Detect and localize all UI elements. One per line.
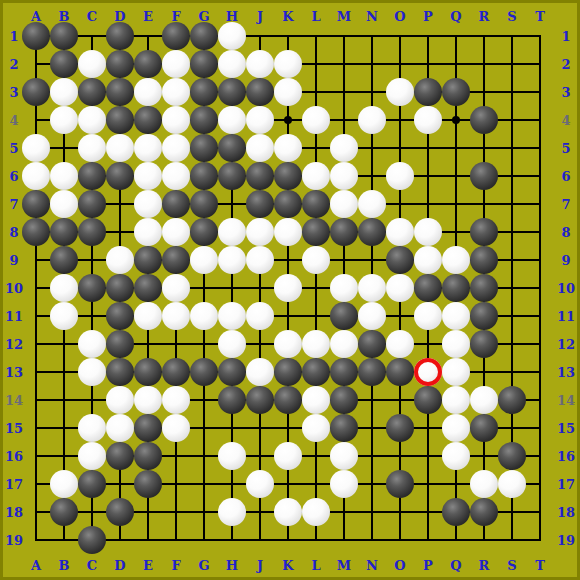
white-stone-L6[interactable] <box>302 162 330 190</box>
black-stone-D11[interactable] <box>106 302 134 330</box>
black-stone-E4[interactable] <box>134 106 162 134</box>
last-move-marker <box>414 358 442 386</box>
row-label-right-14: 14 <box>557 394 575 407</box>
black-stone-A3[interactable] <box>22 78 50 106</box>
white-stone-L4[interactable] <box>302 106 330 134</box>
column-label-bottom-O: O <box>394 559 405 572</box>
white-stone-Q13[interactable] <box>442 358 470 386</box>
row-label-left-4: 4 <box>9 114 18 127</box>
white-stone-P4[interactable] <box>414 106 442 134</box>
black-stone-G8[interactable] <box>190 218 218 246</box>
black-stone-G3[interactable] <box>190 78 218 106</box>
white-stone-F4[interactable] <box>162 106 190 134</box>
black-stone-M11[interactable] <box>330 302 358 330</box>
row-label-left-17: 17 <box>5 478 23 491</box>
black-stone-L13[interactable] <box>302 358 330 386</box>
black-stone-R10[interactable] <box>470 274 498 302</box>
row-label-right-12: 12 <box>557 338 575 351</box>
row-label-right-7: 7 <box>561 198 570 211</box>
white-stone-C4[interactable] <box>78 106 106 134</box>
black-stone-O15[interactable] <box>386 414 414 442</box>
white-stone-K8[interactable] <box>274 218 302 246</box>
black-stone-F7[interactable] <box>162 190 190 218</box>
white-stone-K12[interactable] <box>274 330 302 358</box>
black-stone-K14[interactable] <box>274 386 302 414</box>
white-stone-F6[interactable] <box>162 162 190 190</box>
white-stone-H8[interactable] <box>218 218 246 246</box>
column-label-top-O: O <box>394 10 405 23</box>
row-label-left-3: 3 <box>9 86 18 99</box>
black-stone-L7[interactable] <box>302 190 330 218</box>
white-stone-F3[interactable] <box>162 78 190 106</box>
black-stone-L8[interactable] <box>302 218 330 246</box>
white-stone-K16[interactable] <box>274 442 302 470</box>
black-stone-A7[interactable] <box>22 190 50 218</box>
black-stone-B8[interactable] <box>50 218 78 246</box>
white-stone-J2[interactable] <box>246 50 274 78</box>
row-label-left-18: 18 <box>5 506 23 519</box>
black-stone-R18[interactable] <box>470 498 498 526</box>
row-label-right-2: 2 <box>561 58 570 71</box>
row-label-right-16: 16 <box>557 450 575 463</box>
black-stone-F13[interactable] <box>162 358 190 386</box>
white-stone-C2[interactable] <box>78 50 106 78</box>
column-label-top-K: K <box>282 10 293 23</box>
column-label-top-P: P <box>423 10 433 23</box>
white-stone-H9[interactable] <box>218 246 246 274</box>
row-label-left-6: 6 <box>9 170 18 183</box>
white-stone-H18[interactable] <box>218 498 246 526</box>
white-stone-E6[interactable] <box>134 162 162 190</box>
row-label-left-16: 16 <box>5 450 23 463</box>
white-stone-S17[interactable] <box>498 470 526 498</box>
white-stone-H4[interactable] <box>218 106 246 134</box>
white-stone-M6[interactable] <box>330 162 358 190</box>
white-stone-E3[interactable] <box>134 78 162 106</box>
black-stone-K13[interactable] <box>274 358 302 386</box>
column-label-bottom-T: T <box>535 559 545 572</box>
white-stone-D9[interactable] <box>106 246 134 274</box>
black-stone-E13[interactable] <box>134 358 162 386</box>
white-stone-E8[interactable] <box>134 218 162 246</box>
white-stone-A5[interactable] <box>22 134 50 162</box>
black-stone-G5[interactable] <box>190 134 218 162</box>
black-stone-O17[interactable] <box>386 470 414 498</box>
column-label-bottom-R: R <box>479 559 490 572</box>
black-stone-C19[interactable] <box>78 526 106 554</box>
white-stone-C13[interactable] <box>78 358 106 386</box>
black-stone-D12[interactable] <box>106 330 134 358</box>
white-stone-O10[interactable] <box>386 274 414 302</box>
black-stone-G1[interactable] <box>190 22 218 50</box>
white-stone-F10[interactable] <box>162 274 190 302</box>
white-stone-E5[interactable] <box>134 134 162 162</box>
row-label-left-10: 10 <box>5 282 23 295</box>
white-stone-P9[interactable] <box>414 246 442 274</box>
black-stone-G2[interactable] <box>190 50 218 78</box>
column-label-top-R: R <box>479 10 490 23</box>
white-stone-O6[interactable] <box>386 162 414 190</box>
black-stone-E9[interactable] <box>134 246 162 274</box>
white-stone-B4[interactable] <box>50 106 78 134</box>
white-stone-L18[interactable] <box>302 498 330 526</box>
row-label-left-1: 1 <box>9 30 18 43</box>
black-stone-D18[interactable] <box>106 498 134 526</box>
white-stone-C16[interactable] <box>78 442 106 470</box>
white-stone-Q15[interactable] <box>442 414 470 442</box>
white-stone-K18[interactable] <box>274 498 302 526</box>
black-stone-H14[interactable] <box>218 386 246 414</box>
black-stone-E2[interactable] <box>134 50 162 78</box>
row-label-right-1: 1 <box>561 30 570 43</box>
column-label-bottom-F: F <box>171 559 180 572</box>
column-label-top-L: L <box>311 10 320 23</box>
white-stone-F2[interactable] <box>162 50 190 78</box>
white-stone-K5[interactable] <box>274 134 302 162</box>
white-stone-J4[interactable] <box>246 106 274 134</box>
column-label-top-E: E <box>143 10 153 23</box>
white-stone-J17[interactable] <box>246 470 274 498</box>
white-stone-N7[interactable] <box>358 190 386 218</box>
white-stone-M16[interactable] <box>330 442 358 470</box>
star-point <box>284 116 292 124</box>
column-label-top-C: C <box>87 10 97 23</box>
white-stone-M7[interactable] <box>330 190 358 218</box>
go-board[interactable]: AABBCCDDEEFFGGHHJJKKLLMMNNOOPPQQRRSSTT11… <box>0 0 580 580</box>
white-stone-B10[interactable] <box>50 274 78 302</box>
white-stone-H16[interactable] <box>218 442 246 470</box>
white-stone-B6[interactable] <box>50 162 78 190</box>
white-stone-H12[interactable] <box>218 330 246 358</box>
black-stone-N8[interactable] <box>358 218 386 246</box>
black-stone-A1[interactable] <box>22 22 50 50</box>
black-stone-O13[interactable] <box>386 358 414 386</box>
white-stone-B17[interactable] <box>50 470 78 498</box>
column-label-bottom-G: G <box>198 559 209 572</box>
white-stone-L9[interactable] <box>302 246 330 274</box>
black-stone-C17[interactable] <box>78 470 106 498</box>
white-stone-L14[interactable] <box>302 386 330 414</box>
column-label-bottom-L: L <box>311 559 320 572</box>
white-stone-K2[interactable] <box>274 50 302 78</box>
black-stone-G7[interactable] <box>190 190 218 218</box>
row-label-right-18: 18 <box>557 506 575 519</box>
black-stone-G4[interactable] <box>190 106 218 134</box>
white-stone-R17[interactable] <box>470 470 498 498</box>
row-label-left-7: 7 <box>9 198 18 211</box>
black-stone-C7[interactable] <box>78 190 106 218</box>
black-stone-C3[interactable] <box>78 78 106 106</box>
white-stone-F5[interactable] <box>162 134 190 162</box>
white-stone-K10[interactable] <box>274 274 302 302</box>
black-stone-Q18[interactable] <box>442 498 470 526</box>
row-label-right-4: 4 <box>561 114 570 127</box>
column-label-top-B: B <box>59 10 70 23</box>
white-stone-O3[interactable] <box>386 78 414 106</box>
column-label-bottom-B: B <box>59 559 70 572</box>
white-stone-P8[interactable] <box>414 218 442 246</box>
column-label-top-Q: Q <box>450 10 461 23</box>
column-label-top-G: G <box>198 10 209 23</box>
white-stone-R14[interactable] <box>470 386 498 414</box>
black-stone-H3[interactable] <box>218 78 246 106</box>
black-stone-R6[interactable] <box>470 162 498 190</box>
white-stone-E14[interactable] <box>134 386 162 414</box>
white-stone-J8[interactable] <box>246 218 274 246</box>
white-stone-L12[interactable] <box>302 330 330 358</box>
row-label-right-5: 5 <box>561 142 570 155</box>
black-stone-D16[interactable] <box>106 442 134 470</box>
white-stone-H11[interactable] <box>218 302 246 330</box>
white-stone-C15[interactable] <box>78 414 106 442</box>
column-label-top-J: J <box>257 10 263 23</box>
white-stone-P11[interactable] <box>414 302 442 330</box>
white-stone-B7[interactable] <box>50 190 78 218</box>
white-stone-A6[interactable] <box>22 162 50 190</box>
white-stone-H1[interactable] <box>218 22 246 50</box>
black-stone-D1[interactable] <box>106 22 134 50</box>
white-stone-B3[interactable] <box>50 78 78 106</box>
row-label-right-6: 6 <box>561 170 570 183</box>
black-stone-B9[interactable] <box>50 246 78 274</box>
column-label-bottom-Q: Q <box>450 559 461 572</box>
black-stone-K6[interactable] <box>274 162 302 190</box>
white-stone-C5[interactable] <box>78 134 106 162</box>
white-stone-F11[interactable] <box>162 302 190 330</box>
go-game-screenshot: AABBCCDDEEFFGGHHJJKKLLMMNNOOPPQQRRSSTT11… <box>0 0 580 580</box>
black-stone-A8[interactable] <box>22 218 50 246</box>
black-stone-E16[interactable] <box>134 442 162 470</box>
grid-line-vertical <box>539 35 541 541</box>
column-label-bottom-P: P <box>423 559 433 572</box>
white-stone-L15[interactable] <box>302 414 330 442</box>
black-stone-F1[interactable] <box>162 22 190 50</box>
white-stone-Q14[interactable] <box>442 386 470 414</box>
black-stone-C10[interactable] <box>78 274 106 302</box>
white-stone-M10[interactable] <box>330 274 358 302</box>
black-stone-P14[interactable] <box>414 386 442 414</box>
black-stone-D3[interactable] <box>106 78 134 106</box>
white-stone-F15[interactable] <box>162 414 190 442</box>
black-stone-J6[interactable] <box>246 162 274 190</box>
black-stone-J14[interactable] <box>246 386 274 414</box>
white-stone-B11[interactable] <box>50 302 78 330</box>
white-stone-M17[interactable] <box>330 470 358 498</box>
white-stone-E7[interactable] <box>134 190 162 218</box>
black-stone-B2[interactable] <box>50 50 78 78</box>
black-stone-O9[interactable] <box>386 246 414 274</box>
black-stone-M13[interactable] <box>330 358 358 386</box>
white-stone-G9[interactable] <box>190 246 218 274</box>
white-stone-J9[interactable] <box>246 246 274 274</box>
black-stone-R9[interactable] <box>470 246 498 274</box>
white-stone-H2[interactable] <box>218 50 246 78</box>
black-stone-G6[interactable] <box>190 162 218 190</box>
white-stone-D15[interactable] <box>106 414 134 442</box>
white-stone-M12[interactable] <box>330 330 358 358</box>
black-stone-R11[interactable] <box>470 302 498 330</box>
black-stone-S14[interactable] <box>498 386 526 414</box>
row-label-right-3: 3 <box>561 86 570 99</box>
row-label-right-11: 11 <box>557 310 575 323</box>
white-stone-C12[interactable] <box>78 330 106 358</box>
column-label-top-T: T <box>535 10 545 23</box>
black-stone-R8[interactable] <box>470 218 498 246</box>
row-label-left-8: 8 <box>9 226 18 239</box>
white-stone-M5[interactable] <box>330 134 358 162</box>
black-stone-D13[interactable] <box>106 358 134 386</box>
star-point <box>452 116 460 124</box>
white-stone-N10[interactable] <box>358 274 386 302</box>
white-stone-D5[interactable] <box>106 134 134 162</box>
column-label-bottom-H: H <box>226 559 238 572</box>
black-stone-P3[interactable] <box>414 78 442 106</box>
black-stone-R15[interactable] <box>470 414 498 442</box>
black-stone-N13[interactable] <box>358 358 386 386</box>
row-label-left-19: 19 <box>5 534 23 547</box>
row-label-right-15: 15 <box>557 422 575 435</box>
white-stone-N11[interactable] <box>358 302 386 330</box>
white-stone-Q11[interactable] <box>442 302 470 330</box>
black-stone-E10[interactable] <box>134 274 162 302</box>
black-stone-M14[interactable] <box>330 386 358 414</box>
column-label-top-S: S <box>507 10 516 23</box>
white-stone-J5[interactable] <box>246 134 274 162</box>
row-label-left-13: 13 <box>5 366 23 379</box>
white-stone-F14[interactable] <box>162 386 190 414</box>
black-stone-F9[interactable] <box>162 246 190 274</box>
row-label-left-14: 14 <box>5 394 23 407</box>
white-stone-N4[interactable] <box>358 106 386 134</box>
black-stone-N12[interactable] <box>358 330 386 358</box>
white-stone-Q12[interactable] <box>442 330 470 358</box>
black-stone-D2[interactable] <box>106 50 134 78</box>
row-label-right-13: 13 <box>557 366 575 379</box>
row-label-left-2: 2 <box>9 58 18 71</box>
column-label-bottom-M: M <box>337 559 351 572</box>
black-stone-D6[interactable] <box>106 162 134 190</box>
white-stone-K3[interactable] <box>274 78 302 106</box>
column-label-bottom-K: K <box>282 559 293 572</box>
column-label-top-H: H <box>226 10 238 23</box>
row-label-left-11: 11 <box>5 310 23 323</box>
white-stone-D14[interactable] <box>106 386 134 414</box>
row-label-left-12: 12 <box>5 338 23 351</box>
white-stone-O12[interactable] <box>386 330 414 358</box>
row-label-right-19: 19 <box>557 534 575 547</box>
row-label-left-15: 15 <box>5 422 23 435</box>
white-stone-Q16[interactable] <box>442 442 470 470</box>
column-label-top-N: N <box>366 10 378 23</box>
column-label-bottom-C: C <box>87 559 97 572</box>
white-stone-J13[interactable] <box>246 358 274 386</box>
black-stone-C6[interactable] <box>78 162 106 190</box>
white-stone-F8[interactable] <box>162 218 190 246</box>
grid-line-horizontal <box>35 483 541 485</box>
column-label-bottom-S: S <box>507 559 516 572</box>
row-label-left-9: 9 <box>9 254 18 267</box>
row-label-right-17: 17 <box>557 478 575 491</box>
column-label-top-D: D <box>114 10 125 23</box>
black-stone-E15[interactable] <box>134 414 162 442</box>
column-label-top-F: F <box>171 10 180 23</box>
row-label-right-10: 10 <box>557 282 575 295</box>
black-stone-D4[interactable] <box>106 106 134 134</box>
black-stone-P10[interactable] <box>414 274 442 302</box>
column-label-bottom-E: E <box>143 559 153 572</box>
row-label-right-8: 8 <box>561 226 570 239</box>
grid-line-horizontal <box>35 539 541 541</box>
row-label-left-5: 5 <box>9 142 18 155</box>
black-stone-H5[interactable] <box>218 134 246 162</box>
column-label-bottom-A: A <box>31 559 41 572</box>
black-stone-H13[interactable] <box>218 358 246 386</box>
white-stone-O8[interactable] <box>386 218 414 246</box>
black-stone-H6[interactable] <box>218 162 246 190</box>
white-stone-J11[interactable] <box>246 302 274 330</box>
black-stone-R12[interactable] <box>470 330 498 358</box>
column-label-top-A: A <box>31 10 41 23</box>
black-stone-Q10[interactable] <box>442 274 470 302</box>
black-stone-M15[interactable] <box>330 414 358 442</box>
black-stone-S16[interactable] <box>498 442 526 470</box>
black-stone-D10[interactable] <box>106 274 134 302</box>
black-stone-G13[interactable] <box>190 358 218 386</box>
white-stone-E11[interactable] <box>134 302 162 330</box>
column-label-bottom-N: N <box>366 559 378 572</box>
white-stone-Q9[interactable] <box>442 246 470 274</box>
black-stone-Q3[interactable] <box>442 78 470 106</box>
row-label-right-9: 9 <box>561 254 570 267</box>
column-label-bottom-D: D <box>114 559 125 572</box>
black-stone-J3[interactable] <box>246 78 274 106</box>
black-stone-B1[interactable] <box>50 22 78 50</box>
white-stone-G11[interactable] <box>190 302 218 330</box>
black-stone-R4[interactable] <box>470 106 498 134</box>
black-stone-M8[interactable] <box>330 218 358 246</box>
column-label-bottom-J: J <box>257 559 263 572</box>
black-stone-K7[interactable] <box>274 190 302 218</box>
black-stone-J7[interactable] <box>246 190 274 218</box>
black-stone-E17[interactable] <box>134 470 162 498</box>
black-stone-B18[interactable] <box>50 498 78 526</box>
black-stone-C8[interactable] <box>78 218 106 246</box>
column-label-top-M: M <box>337 10 351 23</box>
